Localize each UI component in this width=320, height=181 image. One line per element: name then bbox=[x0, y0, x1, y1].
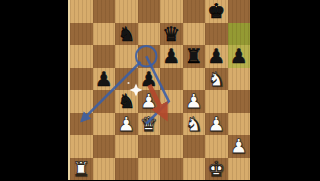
square-f1[interactable] bbox=[183, 158, 206, 181]
square-a1[interactable]: ♜ bbox=[70, 158, 93, 181]
square-c4[interactable]: ♞ bbox=[115, 90, 138, 113]
piece-black-pawn[interactable]: ♟ bbox=[230, 46, 248, 66]
square-d2[interactable] bbox=[138, 135, 161, 158]
piece-black-pawn[interactable]: ♟ bbox=[140, 68, 158, 88]
square-e3[interactable] bbox=[160, 113, 183, 136]
square-h4[interactable] bbox=[228, 90, 251, 113]
piece-black-king[interactable]: ♚ bbox=[207, 1, 225, 21]
square-c7[interactable]: ♞ bbox=[115, 23, 138, 46]
square-h5[interactable] bbox=[228, 68, 251, 91]
square-b6[interactable] bbox=[93, 45, 116, 68]
square-a3[interactable] bbox=[70, 113, 93, 136]
square-h7[interactable] bbox=[228, 23, 251, 46]
square-e6[interactable]: ♟ bbox=[160, 45, 183, 68]
square-b7[interactable] bbox=[93, 23, 116, 46]
square-g5[interactable]: ♞ bbox=[205, 68, 228, 91]
square-b4[interactable] bbox=[93, 90, 116, 113]
piece-white-pawn[interactable]: ♟ bbox=[140, 91, 158, 111]
square-d4[interactable]: ♟ bbox=[138, 90, 161, 113]
square-a7[interactable] bbox=[70, 23, 93, 46]
square-e8[interactable] bbox=[160, 0, 183, 23]
square-f2[interactable] bbox=[183, 135, 206, 158]
piece-white-queen[interactable]: ♛ bbox=[140, 113, 158, 133]
square-d8[interactable] bbox=[138, 0, 161, 23]
square-f5[interactable] bbox=[183, 68, 206, 91]
piece-black-rook[interactable]: ♜ bbox=[185, 46, 203, 66]
square-f6[interactable]: ♜ bbox=[183, 45, 206, 68]
square-a6[interactable] bbox=[70, 45, 93, 68]
square-d3[interactable]: ♛ bbox=[138, 113, 161, 136]
square-b2[interactable] bbox=[93, 135, 116, 158]
square-a8[interactable] bbox=[70, 0, 93, 23]
square-a2[interactable] bbox=[70, 135, 93, 158]
square-d6[interactable] bbox=[138, 45, 161, 68]
square-b3[interactable] bbox=[93, 113, 116, 136]
piece-black-pawn[interactable]: ♟ bbox=[207, 46, 225, 66]
square-h1[interactable] bbox=[228, 158, 251, 181]
square-e4[interactable] bbox=[160, 90, 183, 113]
square-h6[interactable]: ♟ bbox=[228, 45, 251, 68]
square-e1[interactable] bbox=[160, 158, 183, 181]
piece-white-pawn[interactable]: ♟ bbox=[117, 113, 135, 133]
square-d5[interactable]: ♟ bbox=[138, 68, 161, 91]
piece-black-queen[interactable]: ♛ bbox=[162, 23, 180, 43]
square-g7[interactable] bbox=[205, 23, 228, 46]
square-b8[interactable] bbox=[93, 0, 116, 23]
piece-black-knight[interactable]: ♞ bbox=[117, 91, 135, 111]
piece-white-rook[interactable]: ♜ bbox=[72, 158, 90, 178]
piece-white-pawn[interactable]: ♟ bbox=[185, 91, 203, 111]
square-c8[interactable] bbox=[115, 0, 138, 23]
piece-white-knight[interactable]: ♞ bbox=[185, 113, 203, 133]
square-h3[interactable] bbox=[228, 113, 251, 136]
square-e7[interactable]: ♛ bbox=[160, 23, 183, 46]
square-a5[interactable] bbox=[70, 68, 93, 91]
square-b5[interactable]: ♟ bbox=[93, 68, 116, 91]
square-h2[interactable]: ♟ bbox=[228, 135, 251, 158]
piece-black-knight[interactable]: ♞ bbox=[117, 23, 135, 43]
piece-white-pawn[interactable]: ♟ bbox=[207, 113, 225, 133]
piece-white-knight[interactable]: ♞ bbox=[207, 68, 225, 88]
piece-white-pawn[interactable]: ♟ bbox=[230, 136, 248, 156]
square-c6[interactable] bbox=[115, 45, 138, 68]
chess-board[interactable]: ♚♞♛♟♜♟♟♟♟♞♞♟♟♟♛♞♟♟♜♚ bbox=[70, 0, 250, 180]
square-g8[interactable]: ♚ bbox=[205, 0, 228, 23]
square-f7[interactable] bbox=[183, 23, 206, 46]
square-g1[interactable]: ♚ bbox=[205, 158, 228, 181]
square-c3[interactable]: ♟ bbox=[115, 113, 138, 136]
video-frame: ♚♞♛♟♜♟♟♟♟♞♞♟♟♟♛♞♟♟♜♚ bbox=[0, 0, 320, 180]
piece-black-pawn[interactable]: ♟ bbox=[162, 46, 180, 66]
square-d7[interactable] bbox=[138, 23, 161, 46]
square-b1[interactable] bbox=[93, 158, 116, 181]
square-g3[interactable]: ♟ bbox=[205, 113, 228, 136]
square-g4[interactable] bbox=[205, 90, 228, 113]
square-g2[interactable] bbox=[205, 135, 228, 158]
square-h8[interactable] bbox=[228, 0, 251, 23]
square-d1[interactable] bbox=[138, 158, 161, 181]
square-e5[interactable] bbox=[160, 68, 183, 91]
piece-white-king[interactable]: ♚ bbox=[207, 158, 225, 178]
square-e2[interactable] bbox=[160, 135, 183, 158]
square-c2[interactable] bbox=[115, 135, 138, 158]
square-f3[interactable]: ♞ bbox=[183, 113, 206, 136]
square-g6[interactable]: ♟ bbox=[205, 45, 228, 68]
square-c1[interactable] bbox=[115, 158, 138, 181]
square-c5[interactable] bbox=[115, 68, 138, 91]
square-f4[interactable]: ♟ bbox=[183, 90, 206, 113]
square-a4[interactable] bbox=[70, 90, 93, 113]
square-f8[interactable] bbox=[183, 0, 206, 23]
piece-black-pawn[interactable]: ♟ bbox=[95, 68, 113, 88]
